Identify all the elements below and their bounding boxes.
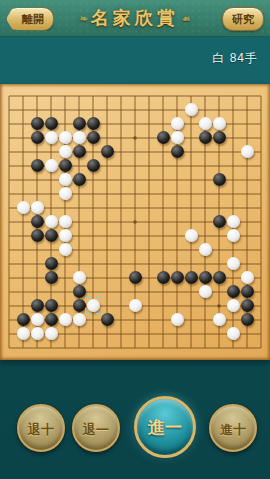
back-ten-button[interactable]: 退十 <box>17 404 65 452</box>
title-flourish-right: ☙ <box>179 13 190 24</box>
black-stone <box>45 313 58 326</box>
black-stone <box>45 257 58 270</box>
title-flourish-left: ❧ <box>80 13 91 24</box>
black-stone <box>241 313 254 326</box>
white-stone <box>227 257 240 270</box>
white-stone <box>59 173 72 186</box>
white-stone <box>199 243 212 256</box>
black-stone <box>213 215 226 228</box>
go-board[interactable] <box>0 84 270 360</box>
black-stone <box>241 285 254 298</box>
black-stone <box>31 159 44 172</box>
black-stone <box>45 117 58 130</box>
go-app: ❧ 名家欣賞 ☙ 離開 研究 白 84手 退十 退一 進一 進十 <box>0 0 270 479</box>
black-stone <box>45 299 58 312</box>
black-stone <box>31 229 44 242</box>
white-stone <box>213 313 226 326</box>
black-stone <box>73 145 86 158</box>
white-stone <box>59 313 72 326</box>
white-stone <box>45 131 58 144</box>
black-stone <box>87 117 100 130</box>
white-stone <box>171 313 184 326</box>
black-stone <box>87 159 100 172</box>
white-stone <box>17 327 30 340</box>
white-stone <box>227 215 240 228</box>
black-stone <box>73 117 86 130</box>
white-stone <box>59 145 72 158</box>
leave-button[interactable]: 離開 <box>6 7 54 31</box>
back-one-button[interactable]: 退一 <box>72 404 120 452</box>
white-stone <box>129 299 142 312</box>
white-stone <box>73 131 86 144</box>
white-stone <box>241 271 254 284</box>
black-stone <box>213 173 226 186</box>
black-stone <box>31 215 44 228</box>
white-stone <box>227 299 240 312</box>
black-stone <box>199 131 212 144</box>
black-stone <box>199 271 212 284</box>
black-stone <box>45 229 58 242</box>
white-stone <box>45 215 58 228</box>
white-stone <box>17 201 30 214</box>
black-stone <box>171 271 184 284</box>
white-stone <box>59 229 72 242</box>
black-stone <box>87 131 100 144</box>
forward-ten-button[interactable]: 進十 <box>209 404 257 452</box>
white-stone <box>171 117 184 130</box>
black-stone <box>157 131 170 144</box>
top-bar: ❧ 名家欣賞 ☙ 離開 研究 <box>0 0 270 37</box>
black-stone <box>171 145 184 158</box>
move-status: 白 84手 <box>212 50 258 67</box>
white-stone <box>185 229 198 242</box>
black-stone <box>17 313 30 326</box>
white-stone <box>31 313 44 326</box>
white-stone <box>59 243 72 256</box>
black-stone <box>59 159 72 172</box>
black-stone <box>31 117 44 130</box>
black-stone <box>73 173 86 186</box>
black-stone <box>213 131 226 144</box>
white-stone <box>31 201 44 214</box>
forward-one-button[interactable]: 進一 <box>134 396 196 458</box>
black-stone <box>129 271 142 284</box>
white-stone <box>171 131 184 144</box>
white-stone <box>59 187 72 200</box>
white-stone <box>45 327 58 340</box>
white-stone <box>227 229 240 242</box>
black-stone <box>185 271 198 284</box>
white-stone <box>31 327 44 340</box>
black-stone <box>213 271 226 284</box>
white-stone <box>185 103 198 116</box>
black-stone <box>45 271 58 284</box>
white-stone <box>73 271 86 284</box>
black-stone <box>101 145 114 158</box>
white-stone <box>241 145 254 158</box>
black-stone <box>227 285 240 298</box>
black-stone <box>241 299 254 312</box>
black-stone <box>31 299 44 312</box>
last-move-marker <box>85 297 102 314</box>
white-stone <box>59 215 72 228</box>
black-stone <box>101 313 114 326</box>
white-stone <box>73 313 86 326</box>
white-stone <box>199 117 212 130</box>
white-stone <box>227 327 240 340</box>
study-button[interactable]: 研究 <box>222 7 264 31</box>
white-stone <box>59 131 72 144</box>
white-stone <box>199 285 212 298</box>
black-stone <box>31 131 44 144</box>
white-stone <box>213 117 226 130</box>
white-stone <box>45 159 58 172</box>
black-stone <box>157 271 170 284</box>
